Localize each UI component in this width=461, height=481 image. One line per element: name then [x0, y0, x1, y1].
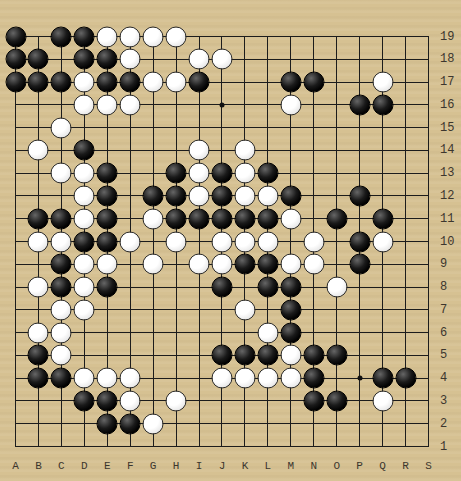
- stone-black-d19[interactable]: [74, 26, 95, 47]
- stone-black-b4[interactable]: [28, 368, 49, 389]
- stone-white-j9[interactable]: [211, 254, 232, 275]
- star-point-j16: [219, 102, 224, 107]
- stone-black-e11[interactable]: [97, 208, 118, 229]
- row-label-19: 19: [440, 30, 461, 44]
- stone-black-a17[interactable]: [5, 72, 26, 93]
- stone-black-d3[interactable]: [74, 390, 95, 411]
- row-label-16: 16: [440, 98, 461, 112]
- stone-black-l13[interactable]: [257, 163, 278, 184]
- stone-white-k13[interactable]: [234, 163, 255, 184]
- stone-white-e4[interactable]: [97, 368, 118, 389]
- column-label-p: P: [350, 460, 370, 472]
- stone-black-d18[interactable]: [74, 49, 95, 70]
- stone-white-k10[interactable]: [234, 231, 255, 252]
- row-label-1: 1: [440, 440, 461, 454]
- stone-white-c6[interactable]: [51, 322, 72, 343]
- go-app-screenshot: ABCDEFGHIJKLMNOPQRS191817161514131211109…: [0, 0, 461, 481]
- stone-white-j18[interactable]: [211, 49, 232, 70]
- star-point-p4: [357, 376, 362, 381]
- stone-white-k12[interactable]: [234, 185, 255, 206]
- stone-white-h19[interactable]: [166, 26, 187, 47]
- stone-white-c5[interactable]: [51, 345, 72, 366]
- grid-line-horizontal: [15, 332, 429, 333]
- row-label-7: 7: [440, 303, 461, 317]
- column-label-f: F: [120, 460, 140, 472]
- stone-white-m9[interactable]: [280, 254, 301, 275]
- stone-white-j4[interactable]: [211, 368, 232, 389]
- stone-black-e17[interactable]: [97, 72, 118, 93]
- stone-black-l8[interactable]: [257, 277, 278, 298]
- stone-white-d4[interactable]: [74, 368, 95, 389]
- column-label-c: C: [51, 460, 71, 472]
- stone-white-g2[interactable]: [143, 413, 164, 434]
- row-label-18: 18: [440, 52, 461, 66]
- stone-black-b18[interactable]: [28, 49, 49, 70]
- stone-white-d16[interactable]: [74, 94, 95, 115]
- stone-white-o8[interactable]: [326, 277, 347, 298]
- row-label-13: 13: [440, 166, 461, 180]
- stone-white-d9[interactable]: [74, 254, 95, 275]
- stone-black-k11[interactable]: [234, 208, 255, 229]
- row-label-17: 17: [440, 75, 461, 89]
- stone-white-d12[interactable]: [74, 185, 95, 206]
- stone-black-f17[interactable]: [120, 72, 141, 93]
- stone-black-k9[interactable]: [234, 254, 255, 275]
- row-label-2: 2: [440, 417, 461, 431]
- stone-white-f4[interactable]: [120, 368, 141, 389]
- stone-black-b11[interactable]: [28, 208, 49, 229]
- stone-black-n5[interactable]: [303, 345, 324, 366]
- stone-black-b5[interactable]: [28, 345, 49, 366]
- column-label-o: O: [327, 460, 347, 472]
- column-label-h: H: [166, 460, 186, 472]
- row-label-14: 14: [440, 143, 461, 157]
- stone-black-i17[interactable]: [189, 72, 210, 93]
- stone-white-f16[interactable]: [120, 94, 141, 115]
- stone-white-h10[interactable]: [166, 231, 187, 252]
- stone-black-b17[interactable]: [28, 72, 49, 93]
- stone-black-c8[interactable]: [51, 277, 72, 298]
- stone-white-h17[interactable]: [166, 72, 187, 93]
- row-label-10: 10: [440, 235, 461, 249]
- stone-white-i9[interactable]: [189, 254, 210, 275]
- stone-black-a19[interactable]: [5, 26, 26, 47]
- stone-white-f3[interactable]: [120, 390, 141, 411]
- stone-white-b10[interactable]: [28, 231, 49, 252]
- stone-white-g9[interactable]: [143, 254, 164, 275]
- stone-black-m7[interactable]: [280, 299, 301, 320]
- stone-white-l6[interactable]: [257, 322, 278, 343]
- stone-black-j13[interactable]: [211, 163, 232, 184]
- stone-white-f18[interactable]: [120, 49, 141, 70]
- stone-white-d7[interactable]: [74, 299, 95, 320]
- stone-white-q17[interactable]: [372, 72, 393, 93]
- stone-white-i12[interactable]: [189, 185, 210, 206]
- go-board[interactable]: ABCDEFGHIJKLMNOPQRS191817161514131211109…: [0, 0, 461, 481]
- row-label-5: 5: [440, 348, 461, 362]
- stone-black-q16[interactable]: [372, 94, 393, 115]
- row-label-12: 12: [440, 189, 461, 203]
- column-label-e: E: [97, 460, 117, 472]
- stone-white-m5[interactable]: [280, 345, 301, 366]
- row-label-9: 9: [440, 257, 461, 271]
- stone-black-p10[interactable]: [349, 231, 370, 252]
- stone-black-e18[interactable]: [97, 49, 118, 70]
- stone-black-m8[interactable]: [280, 277, 301, 298]
- grid-line-vertical: [336, 36, 337, 447]
- stone-black-c17[interactable]: [51, 72, 72, 93]
- stone-black-o3[interactable]: [326, 390, 347, 411]
- stone-black-e13[interactable]: [97, 163, 118, 184]
- stone-black-d10[interactable]: [74, 231, 95, 252]
- column-label-r: R: [396, 460, 416, 472]
- stone-black-h12[interactable]: [166, 185, 187, 206]
- stone-white-i18[interactable]: [189, 49, 210, 70]
- grid-line-horizontal: [15, 423, 429, 424]
- column-label-q: Q: [373, 460, 393, 472]
- row-label-4: 4: [440, 371, 461, 385]
- stone-white-g11[interactable]: [143, 208, 164, 229]
- stone-black-m12[interactable]: [280, 185, 301, 206]
- stone-white-b8[interactable]: [28, 277, 49, 298]
- stone-black-o11[interactable]: [326, 208, 347, 229]
- stone-black-l5[interactable]: [257, 345, 278, 366]
- column-label-k: K: [235, 460, 255, 472]
- stone-white-c10[interactable]: [51, 231, 72, 252]
- stone-white-h3[interactable]: [166, 390, 187, 411]
- stone-black-e2[interactable]: [97, 413, 118, 434]
- column-label-a: A: [6, 460, 26, 472]
- stone-white-i14[interactable]: [189, 140, 210, 161]
- stone-black-a18[interactable]: [5, 49, 26, 70]
- stone-black-l11[interactable]: [257, 208, 278, 229]
- stone-white-n10[interactable]: [303, 231, 324, 252]
- column-label-j: J: [212, 460, 232, 472]
- column-label-i: I: [189, 460, 209, 472]
- stone-black-c9[interactable]: [51, 254, 72, 275]
- stone-black-c4[interactable]: [51, 368, 72, 389]
- stone-white-q10[interactable]: [372, 231, 393, 252]
- stone-white-m11[interactable]: [280, 208, 301, 229]
- stone-white-c7[interactable]: [51, 299, 72, 320]
- stone-white-m4[interactable]: [280, 368, 301, 389]
- stone-black-r4[interactable]: [395, 368, 416, 389]
- stone-black-o5[interactable]: [326, 345, 347, 366]
- stone-white-e9[interactable]: [97, 254, 118, 275]
- stone-black-h11[interactable]: [166, 208, 187, 229]
- stone-black-e8[interactable]: [97, 277, 118, 298]
- stone-white-j10[interactable]: [211, 231, 232, 252]
- stone-black-p16[interactable]: [349, 94, 370, 115]
- stone-black-j12[interactable]: [211, 185, 232, 206]
- stone-white-b14[interactable]: [28, 140, 49, 161]
- grid-line-vertical: [428, 36, 429, 447]
- stone-white-e19[interactable]: [97, 26, 118, 47]
- row-label-8: 8: [440, 280, 461, 294]
- stone-black-h13[interactable]: [166, 163, 187, 184]
- stone-black-j11[interactable]: [211, 208, 232, 229]
- stone-black-g12[interactable]: [143, 185, 164, 206]
- stone-white-d8[interactable]: [74, 277, 95, 298]
- column-label-m: M: [281, 460, 301, 472]
- stone-white-l4[interactable]: [257, 368, 278, 389]
- stone-white-q3[interactable]: [372, 390, 393, 411]
- stone-black-q11[interactable]: [372, 208, 393, 229]
- stone-black-c11[interactable]: [51, 208, 72, 229]
- stone-white-k14[interactable]: [234, 140, 255, 161]
- column-label-n: N: [304, 460, 324, 472]
- stone-black-i11[interactable]: [189, 208, 210, 229]
- stone-black-k5[interactable]: [234, 345, 255, 366]
- stone-black-n4[interactable]: [303, 368, 324, 389]
- stone-white-k4[interactable]: [234, 368, 255, 389]
- stone-white-b6[interactable]: [28, 322, 49, 343]
- column-label-b: B: [28, 460, 48, 472]
- stone-white-m16[interactable]: [280, 94, 301, 115]
- row-label-11: 11: [440, 212, 461, 226]
- stone-black-q4[interactable]: [372, 368, 393, 389]
- stone-white-d13[interactable]: [74, 163, 95, 184]
- row-label-15: 15: [440, 121, 461, 135]
- stone-white-f19[interactable]: [120, 26, 141, 47]
- stone-black-c19[interactable]: [51, 26, 72, 47]
- stone-white-f10[interactable]: [120, 231, 141, 252]
- stone-white-e16[interactable]: [97, 94, 118, 115]
- stone-black-d14[interactable]: [74, 140, 95, 161]
- stone-black-e10[interactable]: [97, 231, 118, 252]
- stone-white-c15[interactable]: [51, 117, 72, 138]
- stone-white-n9[interactable]: [303, 254, 324, 275]
- stone-white-g17[interactable]: [143, 72, 164, 93]
- stone-black-m17[interactable]: [280, 72, 301, 93]
- stone-black-e12[interactable]: [97, 185, 118, 206]
- column-label-l: L: [258, 460, 278, 472]
- stone-black-f2[interactable]: [120, 413, 141, 434]
- column-label-s: S: [418, 460, 438, 472]
- stone-black-j8[interactable]: [211, 277, 232, 298]
- stone-black-p9[interactable]: [349, 254, 370, 275]
- stone-white-c13[interactable]: [51, 163, 72, 184]
- stone-black-n3[interactable]: [303, 390, 324, 411]
- stone-black-l9[interactable]: [257, 254, 278, 275]
- column-label-d: D: [74, 460, 94, 472]
- stone-white-l12[interactable]: [257, 185, 278, 206]
- stone-white-k7[interactable]: [234, 299, 255, 320]
- stone-black-m6[interactable]: [280, 322, 301, 343]
- stone-white-l10[interactable]: [257, 231, 278, 252]
- stone-black-p12[interactable]: [349, 185, 370, 206]
- grid-line-horizontal: [15, 446, 429, 447]
- stone-white-g19[interactable]: [143, 26, 164, 47]
- stone-black-j5[interactable]: [211, 345, 232, 366]
- row-label-3: 3: [440, 394, 461, 408]
- stone-white-d11[interactable]: [74, 208, 95, 229]
- stone-black-e3[interactable]: [97, 390, 118, 411]
- row-label-6: 6: [440, 326, 461, 340]
- column-label-g: G: [143, 460, 163, 472]
- stone-white-i13[interactable]: [189, 163, 210, 184]
- stone-white-d17[interactable]: [74, 72, 95, 93]
- stone-black-n17[interactable]: [303, 72, 324, 93]
